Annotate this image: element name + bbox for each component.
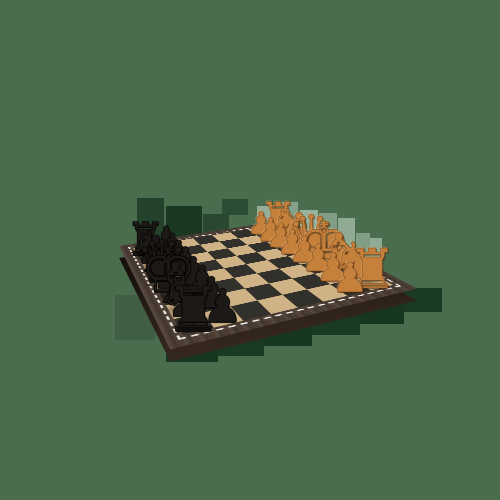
piece-black-rook-h8[interactable]: ♜ — [162, 278, 225, 341]
render-viewport[interactable]: ♜♞♝♛♚♝♞♜♟♟♟♟♟♟♟♟♟♟♟♟♟♟♟♟♜♞♝♛♚♝♞♜ — [0, 0, 500, 500]
piece-white-pawn-h2[interactable]: ♟ — [329, 257, 371, 299]
render-artifact-block — [222, 199, 248, 215]
